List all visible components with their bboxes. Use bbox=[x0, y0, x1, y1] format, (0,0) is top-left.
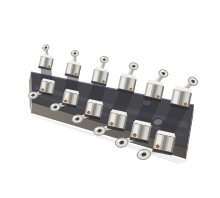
rivet bbox=[64, 100, 67, 103]
rivet bbox=[133, 133, 137, 137]
rivet bbox=[48, 66, 50, 68]
rivet bbox=[102, 80, 105, 83]
rivet bbox=[41, 88, 44, 91]
rivet bbox=[129, 88, 132, 91]
rivet bbox=[184, 103, 187, 106]
rivet bbox=[157, 95, 160, 98]
product-photo-canvas bbox=[0, 0, 220, 198]
rivet bbox=[75, 73, 77, 75]
rivet bbox=[110, 122, 113, 125]
rivet bbox=[87, 111, 90, 114]
rivet bbox=[156, 145, 160, 149]
fuse-block-photo bbox=[0, 0, 220, 198]
